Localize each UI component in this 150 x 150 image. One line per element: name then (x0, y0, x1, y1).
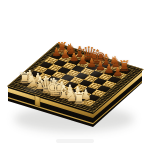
brass-latch (35, 96, 40, 108)
chess-set-photo: ♜♞♟♝♟♛♟♚♟♝♟♞♟♜♟♟♟♟♜♟♞♟♝♟♛♟♚♟♝♟♞♜ (0, 0, 150, 150)
watermark (56, 139, 94, 143)
